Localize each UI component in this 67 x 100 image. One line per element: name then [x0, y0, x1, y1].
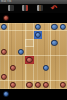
board-cell[interactable]: [17, 47, 25, 55]
board-cell[interactable]: [42, 47, 50, 55]
board-cell[interactable]: [25, 31, 33, 39]
board-cell[interactable]: [25, 81, 33, 89]
board-cell[interactable]: [42, 31, 50, 39]
red-piece[interactable]: [26, 57, 32, 63]
board-cell[interactable]: [8, 72, 16, 80]
board-cell[interactable]: [34, 72, 42, 80]
board-cell[interactable]: [17, 64, 25, 72]
grey-pieces-mode-icon: [8, 5, 14, 11]
red-piece[interactable]: [60, 82, 66, 88]
board-cell[interactable]: [0, 47, 8, 55]
red-player-indicator-dot: [3, 15, 9, 21]
board-cell[interactable]: [17, 39, 25, 47]
red-piece[interactable]: [1, 49, 7, 55]
undo-button[interactable]: ↶: [50, 4, 58, 12]
undo-icon: ↶: [51, 5, 58, 12]
board-cell[interactable]: [34, 56, 42, 64]
board-cell[interactable]: [59, 72, 67, 80]
board-cell[interactable]: [50, 72, 58, 80]
mode-button-3[interactable]: [36, 4, 44, 12]
board-cell[interactable]: [8, 23, 16, 31]
board-cell[interactable]: [25, 64, 33, 72]
board-cell[interactable]: [42, 64, 50, 72]
board-cell[interactable]: [34, 81, 42, 89]
board-cell[interactable]: [17, 31, 25, 39]
board-cell[interactable]: [50, 31, 58, 39]
board-cell[interactable]: [17, 72, 25, 80]
board-cell[interactable]: [59, 39, 67, 47]
board-cell[interactable]: [34, 64, 42, 72]
board-cell[interactable]: [0, 81, 8, 89]
board-cell[interactable]: [59, 81, 67, 89]
board-cell[interactable]: [50, 23, 58, 31]
board-cell[interactable]: [59, 64, 67, 72]
bottom-player-strip: [0, 89, 67, 100]
board-cell[interactable]: [42, 72, 50, 80]
board-cell[interactable]: [25, 39, 33, 47]
board-cell[interactable]: [50, 47, 58, 55]
board-cell[interactable]: [59, 31, 67, 39]
board-cell[interactable]: [8, 56, 16, 64]
board-cell[interactable]: [8, 31, 16, 39]
board-cell[interactable]: [25, 47, 33, 55]
blue-piece[interactable]: [51, 40, 57, 46]
board-cell[interactable]: [50, 56, 58, 64]
board-cell[interactable]: [17, 81, 25, 89]
blue-piece[interactable]: [1, 24, 7, 30]
top-player-strip: [0, 13, 67, 23]
board-cell[interactable]: [0, 31, 8, 39]
board-cell[interactable]: [17, 56, 25, 64]
board-cell[interactable]: [42, 81, 50, 89]
board-cell[interactable]: [34, 23, 42, 31]
board-cell[interactable]: [50, 39, 58, 47]
board-cell[interactable]: [42, 39, 50, 47]
mixed-pieces-mode-icon: [37, 5, 43, 11]
app-window: MakYek ↶: [0, 0, 67, 100]
board-cell[interactable]: [34, 47, 42, 55]
board-cell[interactable]: [0, 23, 8, 31]
board-cell[interactable]: [0, 56, 8, 64]
red-piece[interactable]: [26, 82, 32, 88]
board-cell[interactable]: [0, 39, 8, 47]
board-cell[interactable]: [59, 23, 67, 31]
game-board[interactable]: [0, 23, 67, 90]
toolbar: ↶: [0, 4, 67, 13]
board-cell[interactable]: [59, 47, 67, 55]
board-cell[interactable]: [8, 39, 16, 47]
board-cell[interactable]: [50, 64, 58, 72]
board-cell[interactable]: [59, 56, 67, 64]
blue-piece[interactable]: [43, 65, 49, 71]
red-piece[interactable]: [9, 65, 15, 71]
board-cell[interactable]: [42, 56, 50, 64]
red-piece[interactable]: [35, 82, 41, 88]
board-cell[interactable]: [8, 47, 16, 55]
board-cell[interactable]: [17, 23, 25, 31]
board-cell[interactable]: [0, 72, 8, 80]
board-cell[interactable]: [8, 64, 16, 72]
board-cell[interactable]: [8, 81, 16, 89]
board-cell[interactable]: [0, 64, 8, 72]
board-cell[interactable]: [42, 23, 50, 31]
mode-button-2[interactable]: [21, 4, 29, 12]
red-piece[interactable]: [9, 82, 15, 88]
blue-piece[interactable]: [51, 24, 57, 30]
board-cell[interactable]: [25, 56, 33, 64]
blue-piece[interactable]: [18, 49, 24, 55]
red-piece[interactable]: [1, 73, 7, 79]
red-piece[interactable]: [43, 82, 49, 88]
blue-player-indicator-dot: [3, 91, 9, 97]
blue-piece[interactable]: [35, 32, 41, 38]
blue-piece[interactable]: [35, 24, 41, 30]
board-cell[interactable]: [34, 31, 42, 39]
board-cell[interactable]: [25, 23, 33, 31]
board-cell[interactable]: [25, 72, 33, 80]
board-cell[interactable]: [50, 81, 58, 89]
mode-button-1[interactable]: [7, 4, 15, 12]
red-pieces-mode-icon: [22, 5, 28, 11]
board-cell[interactable]: [34, 39, 42, 47]
blue-piece[interactable]: [60, 24, 66, 30]
